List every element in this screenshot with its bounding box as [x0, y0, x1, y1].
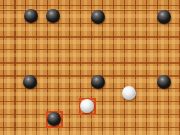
white-stone [122, 86, 136, 100]
black-stone [23, 75, 37, 89]
black-stone [157, 75, 171, 89]
white-stone [80, 99, 94, 113]
black-stone [46, 9, 60, 23]
black-stone [157, 10, 171, 24]
black-stone [91, 75, 105, 89]
black-stone [24, 9, 38, 23]
black-stone [91, 10, 105, 24]
go-board[interactable] [0, 0, 180, 135]
black-stone [47, 112, 61, 126]
